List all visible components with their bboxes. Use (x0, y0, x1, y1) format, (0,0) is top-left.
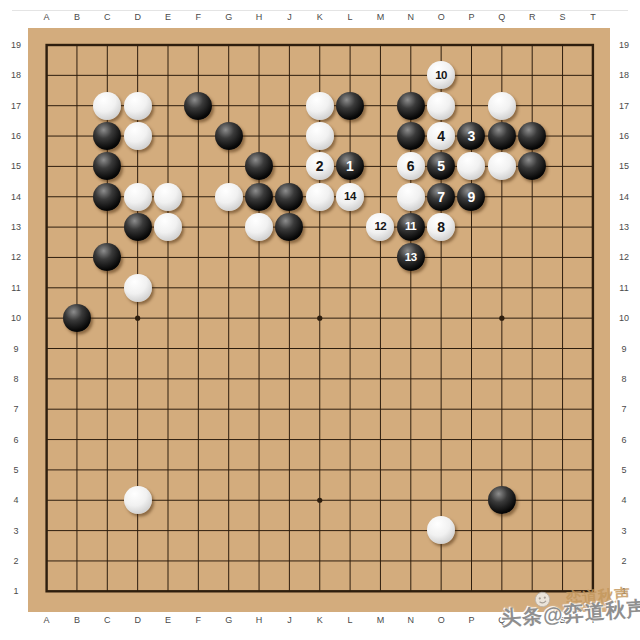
coord-bottom-G: G (225, 616, 232, 625)
coord-top-K: K (317, 13, 323, 22)
stones-layer: 1043216514791211813 (31, 30, 608, 607)
coord-bottom-B: B (74, 616, 80, 625)
coord-top-P: P (468, 13, 474, 22)
coord-top-C: C (104, 13, 111, 22)
coord-top-T: T (590, 13, 596, 22)
move-number: 13 (405, 252, 417, 264)
stone-black-H15 (245, 152, 273, 180)
coord-right-13: 13 (619, 223, 629, 232)
stone-black-O15: 5 (427, 152, 455, 180)
stone-white-Q17 (488, 92, 516, 120)
stone-black-R15 (518, 152, 546, 180)
stone-white-M13: 12 (366, 213, 394, 241)
move-number: 5 (437, 159, 445, 173)
stone-white-O13: 8 (427, 213, 455, 241)
coord-left-1: 1 (13, 587, 18, 596)
coord-left-14: 14 (11, 192, 21, 201)
coord-right-4: 4 (621, 496, 626, 505)
coord-left-7: 7 (13, 405, 18, 414)
coord-top-O: O (438, 13, 445, 22)
coord-bottom-M: M (377, 616, 385, 625)
stone-white-E13 (154, 213, 182, 241)
move-number: 3 (467, 129, 475, 143)
coord-top-M: M (377, 13, 385, 22)
coord-top-S: S (560, 13, 566, 22)
coord-right-2: 2 (621, 556, 626, 565)
coord-right-17: 17 (619, 101, 629, 110)
coord-left-4: 4 (13, 496, 18, 505)
stone-black-C14 (93, 183, 121, 211)
coord-left-12: 12 (11, 253, 21, 262)
coord-right-10: 10 (619, 314, 629, 323)
coord-bottom-C: C (104, 616, 111, 625)
stone-white-D14 (124, 183, 152, 211)
stone-black-H14 (245, 183, 273, 211)
coord-top-N: N (408, 13, 415, 22)
stone-black-P16: 3 (457, 122, 485, 150)
coord-right-15: 15 (619, 162, 629, 171)
coord-left-6: 6 (13, 435, 18, 444)
stone-white-N15: 6 (397, 152, 425, 180)
stone-white-N14 (397, 183, 425, 211)
coord-bottom-O: O (438, 616, 445, 625)
stone-black-B10 (63, 304, 91, 332)
stone-black-C12 (93, 243, 121, 271)
coord-right-11: 11 (619, 283, 628, 292)
coord-top-F: F (196, 13, 202, 22)
stone-black-N16 (397, 122, 425, 150)
coord-right-3: 3 (621, 526, 626, 535)
stone-white-O16: 4 (427, 122, 455, 150)
coord-bottom-D: D (134, 616, 141, 625)
stone-white-L14: 14 (336, 183, 364, 211)
stone-white-K17 (306, 92, 334, 120)
move-number: 11 (405, 221, 416, 233)
stone-white-D16 (124, 122, 152, 150)
stone-white-P15 (457, 152, 485, 180)
move-number: 2 (316, 159, 324, 173)
stone-white-O17 (427, 92, 455, 120)
coord-right-8: 8 (621, 374, 626, 383)
coord-bottom-H: H (256, 616, 263, 625)
coord-left-8: 8 (13, 374, 18, 383)
coord-top-H: H (256, 13, 263, 22)
move-number: 1 (346, 159, 354, 173)
coord-left-5: 5 (13, 465, 18, 474)
coord-bottom-N: N (408, 616, 415, 625)
move-number: 12 (374, 221, 386, 233)
coord-bottom-L: L (348, 616, 353, 625)
go-diagram: ABCDEFGHJKLMNOPQRST ABCDEFGHJKLMNOPQRST … (0, 0, 640, 640)
coord-left-2: 2 (13, 556, 18, 565)
stone-black-G16 (215, 122, 243, 150)
stone-white-K16 (306, 122, 334, 150)
stone-white-Q15 (488, 152, 516, 180)
stone-white-O3 (427, 516, 455, 544)
stone-black-L17 (336, 92, 364, 120)
move-number: 9 (467, 190, 475, 204)
coord-left-9: 9 (13, 344, 18, 353)
stone-black-C16 (93, 122, 121, 150)
stone-black-J13 (275, 213, 303, 241)
stone-black-N12: 13 (397, 243, 425, 271)
coord-right-18: 18 (619, 71, 629, 80)
stone-black-O14: 7 (427, 183, 455, 211)
coord-left-10: 10 (11, 314, 21, 323)
coord-top-E: E (165, 13, 171, 22)
coord-right-7: 7 (621, 405, 626, 414)
stone-black-L15: 1 (336, 152, 364, 180)
coord-top-L: L (348, 13, 353, 22)
stone-white-H13 (245, 213, 273, 241)
coord-bottom-P: P (468, 616, 474, 625)
coord-right-14: 14 (619, 192, 629, 201)
coord-left-3: 3 (13, 526, 18, 535)
move-number: 10 (435, 70, 447, 82)
coord-right-19: 19 (619, 41, 629, 50)
stone-white-K15: 2 (306, 152, 334, 180)
stone-white-D11 (124, 274, 152, 302)
coord-bottom-F: F (196, 616, 202, 625)
move-number: 14 (344, 191, 356, 203)
stone-black-D13 (124, 213, 152, 241)
stone-black-N13: 11 (397, 213, 425, 241)
coord-left-11: 11 (11, 283, 20, 292)
coord-right-6: 6 (621, 435, 626, 444)
stone-white-O18: 10 (427, 61, 455, 89)
coord-left-15: 15 (11, 162, 21, 171)
coord-left-19: 19 (11, 41, 21, 50)
stone-black-F17 (184, 92, 212, 120)
stone-white-D17 (124, 92, 152, 120)
go-board: 1043216514791211813 (28, 28, 610, 612)
stone-black-R16 (518, 122, 546, 150)
stone-black-C15 (93, 152, 121, 180)
coord-left-18: 18 (11, 71, 21, 80)
coord-right-5: 5 (621, 465, 626, 474)
stone-white-D4 (124, 486, 152, 514)
move-number: 8 (437, 220, 445, 234)
move-number: 4 (437, 129, 445, 143)
coord-top-R: R (529, 13, 536, 22)
stone-black-N17 (397, 92, 425, 120)
coord-left-13: 13 (11, 223, 21, 232)
coord-left-17: 17 (11, 101, 21, 110)
coord-bottom-J: J (287, 616, 292, 625)
stone-black-Q16 (488, 122, 516, 150)
coord-bottom-A: A (44, 616, 50, 625)
coord-top-A: A (44, 13, 50, 22)
coord-right-12: 12 (619, 253, 629, 262)
coord-right-9: 9 (621, 344, 626, 353)
coord-left-16: 16 (11, 132, 21, 141)
coord-top-G: G (225, 13, 232, 22)
coord-top-B: B (74, 13, 80, 22)
coord-right-16: 16 (619, 132, 629, 141)
move-number: 6 (407, 159, 415, 173)
move-number: 7 (437, 190, 445, 204)
coord-top-J: J (287, 13, 292, 22)
stone-white-K14 (306, 183, 334, 211)
stone-white-E14 (154, 183, 182, 211)
coord-top-Q: Q (498, 13, 505, 22)
coord-top-D: D (134, 13, 141, 22)
stone-white-G14 (215, 183, 243, 211)
stone-black-J14 (275, 183, 303, 211)
coord-bottom-K: K (317, 616, 323, 625)
stone-black-Q4 (488, 486, 516, 514)
coord-bottom-E: E (165, 616, 171, 625)
stone-black-P14: 9 (457, 183, 485, 211)
stone-white-C17 (93, 92, 121, 120)
